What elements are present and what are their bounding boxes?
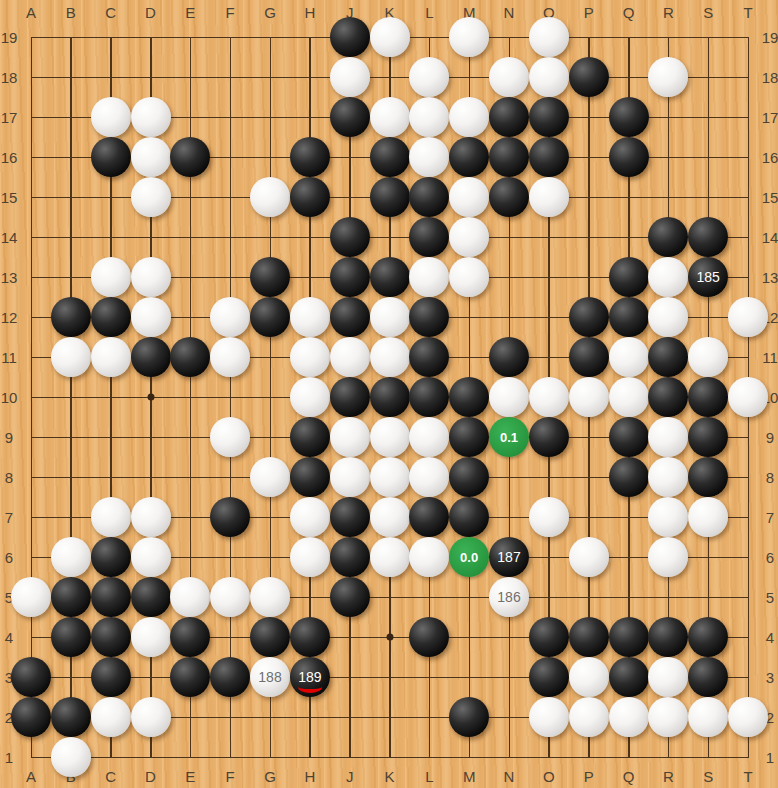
black-stone-Q8 bbox=[609, 457, 649, 497]
white-stone-A5 bbox=[11, 577, 51, 617]
white-stone-C17 bbox=[91, 97, 131, 137]
white-stone-R13 bbox=[648, 257, 688, 297]
black-stone-H4 bbox=[290, 617, 330, 657]
row-label-left: 16 bbox=[1, 149, 18, 166]
black-stone-E3 bbox=[170, 657, 210, 697]
black-stone-P11 bbox=[569, 337, 609, 377]
white-stone-R12 bbox=[648, 297, 688, 337]
black-stone-O16 bbox=[529, 137, 569, 177]
column-label-bottom: Q bbox=[623, 768, 635, 785]
white-stone-B11 bbox=[51, 337, 91, 377]
grid-line-vertical bbox=[230, 37, 232, 758]
white-stone-D2 bbox=[131, 697, 171, 737]
white-stone-M15 bbox=[449, 177, 489, 217]
white-stone-S11 bbox=[688, 337, 728, 377]
black-stone-F3 bbox=[210, 657, 250, 697]
black-stone-R4 bbox=[648, 617, 688, 657]
white-stone-N18 bbox=[489, 57, 529, 97]
black-stone-H16 bbox=[290, 137, 330, 177]
white-stone-S7 bbox=[688, 497, 728, 537]
white-stone-R6 bbox=[648, 537, 688, 577]
black-stone-C5 bbox=[91, 577, 131, 617]
black-stone-K15 bbox=[370, 177, 410, 217]
black-stone-J7 bbox=[330, 497, 370, 537]
row-label-right: 8 bbox=[766, 469, 774, 486]
black-stone-F7 bbox=[210, 497, 250, 537]
black-stone-M2 bbox=[449, 697, 489, 737]
column-label-top: T bbox=[743, 4, 752, 21]
black-stone-N17 bbox=[489, 97, 529, 137]
black-stone-N15 bbox=[489, 177, 529, 217]
row-label-left: 17 bbox=[1, 109, 18, 126]
column-label-top: E bbox=[185, 4, 195, 21]
black-stone-N11 bbox=[489, 337, 529, 377]
black-stone-J13 bbox=[330, 257, 370, 297]
black-stone-S13: 185 bbox=[688, 257, 728, 297]
black-stone-Q9 bbox=[609, 417, 649, 457]
white-stone-G5 bbox=[250, 577, 290, 617]
black-stone-Q13 bbox=[609, 257, 649, 297]
white-stone-H6 bbox=[290, 537, 330, 577]
black-stone-H3: 189 bbox=[290, 657, 330, 697]
black-stone-L7 bbox=[409, 497, 449, 537]
white-stone-R18 bbox=[648, 57, 688, 97]
black-stone-L10 bbox=[409, 377, 449, 417]
column-label-bottom: A bbox=[26, 768, 36, 785]
white-stone-R3 bbox=[648, 657, 688, 697]
black-stone-S8 bbox=[688, 457, 728, 497]
white-stone-G15 bbox=[250, 177, 290, 217]
column-label-bottom: N bbox=[504, 768, 515, 785]
column-label-top: G bbox=[264, 4, 276, 21]
column-label-bottom: E bbox=[185, 768, 195, 785]
row-label-left: 15 bbox=[1, 189, 18, 206]
white-stone-F12 bbox=[210, 297, 250, 337]
move-number-label: 187 bbox=[497, 550, 520, 564]
white-stone-L13 bbox=[409, 257, 449, 297]
row-label-left: 11 bbox=[1, 349, 17, 366]
column-label-bottom: G bbox=[264, 768, 276, 785]
black-stone-J6 bbox=[330, 537, 370, 577]
row-label-right: 15 bbox=[762, 189, 778, 206]
column-label-top: F bbox=[226, 4, 235, 21]
column-label-top: B bbox=[66, 4, 76, 21]
row-label-left: 10 bbox=[1, 389, 18, 406]
column-label-top: Q bbox=[623, 4, 635, 21]
black-stone-H9 bbox=[290, 417, 330, 457]
white-stone-L18 bbox=[409, 57, 449, 97]
white-stone-R2 bbox=[648, 697, 688, 737]
white-stone-F11 bbox=[210, 337, 250, 377]
ai-hint-N9[interactable]: 0.1 bbox=[489, 417, 529, 457]
column-label-bottom: L bbox=[425, 768, 433, 785]
black-stone-O17 bbox=[529, 97, 569, 137]
black-stone-C12 bbox=[91, 297, 131, 337]
column-label-top: D bbox=[145, 4, 156, 21]
black-stone-J5 bbox=[330, 577, 370, 617]
black-stone-E16 bbox=[170, 137, 210, 177]
white-stone-J11 bbox=[330, 337, 370, 377]
white-stone-G3: 188 bbox=[250, 657, 290, 697]
black-stone-S3 bbox=[688, 657, 728, 697]
white-stone-F5 bbox=[210, 577, 250, 617]
row-label-left: 18 bbox=[1, 69, 18, 86]
black-stone-K13 bbox=[370, 257, 410, 297]
white-stone-D16 bbox=[131, 137, 171, 177]
row-label-left: 13 bbox=[1, 269, 18, 286]
column-label-bottom: R bbox=[663, 768, 674, 785]
white-stone-K19 bbox=[370, 17, 410, 57]
star-point bbox=[386, 634, 393, 641]
white-stone-K11 bbox=[370, 337, 410, 377]
ai-hint-M6[interactable]: 0.0 bbox=[449, 537, 489, 577]
black-stone-E4 bbox=[170, 617, 210, 657]
white-stone-K7 bbox=[370, 497, 410, 537]
black-stone-L14 bbox=[409, 217, 449, 257]
black-stone-B5 bbox=[51, 577, 91, 617]
black-stone-O4 bbox=[529, 617, 569, 657]
white-stone-O7 bbox=[529, 497, 569, 537]
white-stone-C11 bbox=[91, 337, 131, 377]
white-stone-M14 bbox=[449, 217, 489, 257]
row-label-right: 17 bbox=[762, 109, 778, 126]
white-stone-Q2 bbox=[609, 697, 649, 737]
column-label-top: C bbox=[105, 4, 116, 21]
black-stone-N16 bbox=[489, 137, 529, 177]
white-stone-M19 bbox=[449, 17, 489, 57]
white-stone-F9 bbox=[210, 417, 250, 457]
column-label-top: R bbox=[663, 4, 674, 21]
black-stone-N6: 187 bbox=[489, 537, 529, 577]
row-label-right: 14 bbox=[762, 229, 778, 246]
move-number-label: 185 bbox=[696, 270, 719, 284]
row-label-right: 6 bbox=[766, 549, 774, 566]
row-label-left: 12 bbox=[1, 309, 18, 326]
black-stone-J12 bbox=[330, 297, 370, 337]
black-stone-M7 bbox=[449, 497, 489, 537]
white-stone-P2 bbox=[569, 697, 609, 737]
column-label-top: A bbox=[26, 4, 36, 21]
black-stone-Q16 bbox=[609, 137, 649, 177]
black-stone-S10 bbox=[688, 377, 728, 417]
white-stone-P3 bbox=[569, 657, 609, 697]
white-stone-Q10 bbox=[609, 377, 649, 417]
white-stone-K12 bbox=[370, 297, 410, 337]
black-stone-O9 bbox=[529, 417, 569, 457]
white-stone-T12 bbox=[728, 297, 768, 337]
black-stone-H8 bbox=[290, 457, 330, 497]
white-stone-D13 bbox=[131, 257, 171, 297]
white-stone-S2 bbox=[688, 697, 728, 737]
go-board[interactable]: AABBCCDDEEFFGGHHJJKKLLMMNNOOPPQQRRSSTT19… bbox=[0, 0, 778, 788]
white-stone-D6 bbox=[131, 537, 171, 577]
black-stone-G13 bbox=[250, 257, 290, 297]
column-label-bottom: S bbox=[703, 768, 713, 785]
white-stone-O19 bbox=[529, 17, 569, 57]
white-stone-R7 bbox=[648, 497, 688, 537]
black-stone-C3 bbox=[91, 657, 131, 697]
column-label-top: L bbox=[425, 4, 433, 21]
white-stone-B6 bbox=[51, 537, 91, 577]
black-stone-J17 bbox=[330, 97, 370, 137]
black-stone-R11 bbox=[648, 337, 688, 377]
black-stone-C6 bbox=[91, 537, 131, 577]
row-label-right: 16 bbox=[762, 149, 778, 166]
row-label-right: 5 bbox=[766, 589, 774, 606]
black-stone-B12 bbox=[51, 297, 91, 337]
column-label-bottom: C bbox=[105, 768, 116, 785]
row-label-left: 14 bbox=[1, 229, 18, 246]
column-label-top: P bbox=[584, 4, 594, 21]
black-stone-S4 bbox=[688, 617, 728, 657]
column-label-bottom: O bbox=[543, 768, 555, 785]
black-stone-G4 bbox=[250, 617, 290, 657]
row-label-left: 6 bbox=[5, 549, 13, 566]
black-stone-J14 bbox=[330, 217, 370, 257]
black-stone-J10 bbox=[330, 377, 370, 417]
column-label-top: H bbox=[304, 4, 315, 21]
black-stone-P12 bbox=[569, 297, 609, 337]
column-label-bottom: M bbox=[463, 768, 476, 785]
white-stone-E5 bbox=[170, 577, 210, 617]
white-stone-R9 bbox=[648, 417, 688, 457]
black-stone-S9 bbox=[688, 417, 728, 457]
white-stone-D7 bbox=[131, 497, 171, 537]
column-label-bottom: J bbox=[346, 768, 354, 785]
white-stone-L16 bbox=[409, 137, 449, 177]
white-stone-C7 bbox=[91, 497, 131, 537]
column-label-bottom: D bbox=[145, 768, 156, 785]
black-stone-Q12 bbox=[609, 297, 649, 337]
white-stone-K17 bbox=[370, 97, 410, 137]
black-stone-A2 bbox=[11, 697, 51, 737]
star-point bbox=[147, 394, 154, 401]
white-stone-O18 bbox=[529, 57, 569, 97]
column-label-top: N bbox=[504, 4, 515, 21]
black-stone-L11 bbox=[409, 337, 449, 377]
row-label-left: 9 bbox=[5, 429, 13, 446]
white-stone-P10 bbox=[569, 377, 609, 417]
black-stone-L15 bbox=[409, 177, 449, 217]
black-stone-R10 bbox=[648, 377, 688, 417]
black-stone-B4 bbox=[51, 617, 91, 657]
white-stone-M13 bbox=[449, 257, 489, 297]
black-stone-G12 bbox=[250, 297, 290, 337]
white-stone-J18 bbox=[330, 57, 370, 97]
black-stone-L4 bbox=[409, 617, 449, 657]
black-stone-Q17 bbox=[609, 97, 649, 137]
black-stone-D11 bbox=[131, 337, 171, 377]
row-label-left: 8 bbox=[5, 469, 13, 486]
row-label-left: 7 bbox=[5, 509, 13, 526]
row-label-right: 9 bbox=[766, 429, 774, 446]
column-label-bottom: H bbox=[304, 768, 315, 785]
white-stone-J8 bbox=[330, 457, 370, 497]
black-stone-J19 bbox=[330, 17, 370, 57]
row-label-right: 11 bbox=[762, 349, 778, 366]
black-stone-O3 bbox=[529, 657, 569, 697]
row-label-right: 18 bbox=[762, 69, 778, 86]
white-stone-L9 bbox=[409, 417, 449, 457]
black-stone-Q3 bbox=[609, 657, 649, 697]
white-stone-G8 bbox=[250, 457, 290, 497]
row-label-left: 19 bbox=[1, 29, 18, 46]
white-stone-D15 bbox=[131, 177, 171, 217]
row-label-left: 4 bbox=[5, 629, 13, 646]
white-stone-C13 bbox=[91, 257, 131, 297]
white-stone-J9 bbox=[330, 417, 370, 457]
row-label-right: 19 bbox=[762, 29, 778, 46]
white-stone-B1 bbox=[51, 737, 91, 777]
row-label-right: 7 bbox=[766, 509, 774, 526]
white-stone-T2 bbox=[728, 697, 768, 737]
column-label-bottom: F bbox=[226, 768, 235, 785]
white-stone-T10 bbox=[728, 377, 768, 417]
black-stone-Q4 bbox=[609, 617, 649, 657]
move-number-label: 188 bbox=[258, 670, 281, 684]
row-label-right: 4 bbox=[766, 629, 774, 646]
black-stone-K16 bbox=[370, 137, 410, 177]
white-stone-D12 bbox=[131, 297, 171, 337]
row-label-right: 3 bbox=[766, 669, 774, 686]
black-stone-E11 bbox=[170, 337, 210, 377]
black-stone-D5 bbox=[131, 577, 171, 617]
white-stone-H11 bbox=[290, 337, 330, 377]
white-stone-O15 bbox=[529, 177, 569, 217]
black-stone-A3 bbox=[11, 657, 51, 697]
black-stone-M9 bbox=[449, 417, 489, 457]
black-stone-K10 bbox=[370, 377, 410, 417]
white-stone-H7 bbox=[290, 497, 330, 537]
black-stone-M8 bbox=[449, 457, 489, 497]
black-stone-C16 bbox=[91, 137, 131, 177]
black-stone-S14 bbox=[688, 217, 728, 257]
grid-line-vertical bbox=[31, 37, 33, 758]
last-move-marker bbox=[298, 681, 322, 693]
black-stone-H15 bbox=[290, 177, 330, 217]
column-label-bottom: P bbox=[584, 768, 594, 785]
white-stone-K6 bbox=[370, 537, 410, 577]
white-stone-K9 bbox=[370, 417, 410, 457]
white-stone-O10 bbox=[529, 377, 569, 417]
column-label-top: S bbox=[703, 4, 713, 21]
white-stone-L6 bbox=[409, 537, 449, 577]
white-stone-D17 bbox=[131, 97, 171, 137]
black-stone-P18 bbox=[569, 57, 609, 97]
white-stone-C2 bbox=[91, 697, 131, 737]
white-stone-R8 bbox=[648, 457, 688, 497]
black-stone-B2 bbox=[51, 697, 91, 737]
column-label-bottom: K bbox=[384, 768, 394, 785]
black-stone-R14 bbox=[648, 217, 688, 257]
row-label-right: 13 bbox=[762, 269, 778, 286]
white-stone-L8 bbox=[409, 457, 449, 497]
white-stone-N10 bbox=[489, 377, 529, 417]
black-stone-C4 bbox=[91, 617, 131, 657]
white-stone-H10 bbox=[290, 377, 330, 417]
white-stone-P6 bbox=[569, 537, 609, 577]
white-stone-D4 bbox=[131, 617, 171, 657]
white-stone-K8 bbox=[370, 457, 410, 497]
column-label-bottom: T bbox=[743, 768, 752, 785]
row-label-left: 1 bbox=[5, 749, 13, 766]
row-label-right: 1 bbox=[766, 749, 774, 766]
white-stone-H12 bbox=[290, 297, 330, 337]
white-stone-N5: 186 bbox=[489, 577, 529, 617]
white-stone-Q11 bbox=[609, 337, 649, 377]
black-stone-M16 bbox=[449, 137, 489, 177]
black-stone-P4 bbox=[569, 617, 609, 657]
move-number-label: 186 bbox=[497, 590, 520, 604]
black-stone-L12 bbox=[409, 297, 449, 337]
black-stone-M10 bbox=[449, 377, 489, 417]
white-stone-M17 bbox=[449, 97, 489, 137]
white-stone-O2 bbox=[529, 697, 569, 737]
white-stone-L17 bbox=[409, 97, 449, 137]
